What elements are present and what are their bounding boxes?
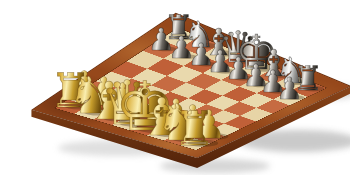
white-rook: ♜ [173,101,216,156]
chess-pieces-layer: ♜♞♟♝♟♛♟♚♟♝♟♞♟♜♟♟♟♟♜♟♞♟♝♟♛♟♚♟♝♟♞♜ [0,0,350,175]
chess-set-photo: ♜♞♟♝♟♛♟♚♟♝♟♞♟♜♟♟♟♟♜♟♞♟♝♟♛♟♚♟♝♟♞♜ [0,0,350,175]
chess-pieces: ♜♞♟♝♟♛♟♚♟♝♟♞♟♜♟♟♟♟♜♟♞♟♝♟♛♟♚♟♝♟♞♜ [50,8,323,156]
black-pawn: ♟ [276,71,303,106]
